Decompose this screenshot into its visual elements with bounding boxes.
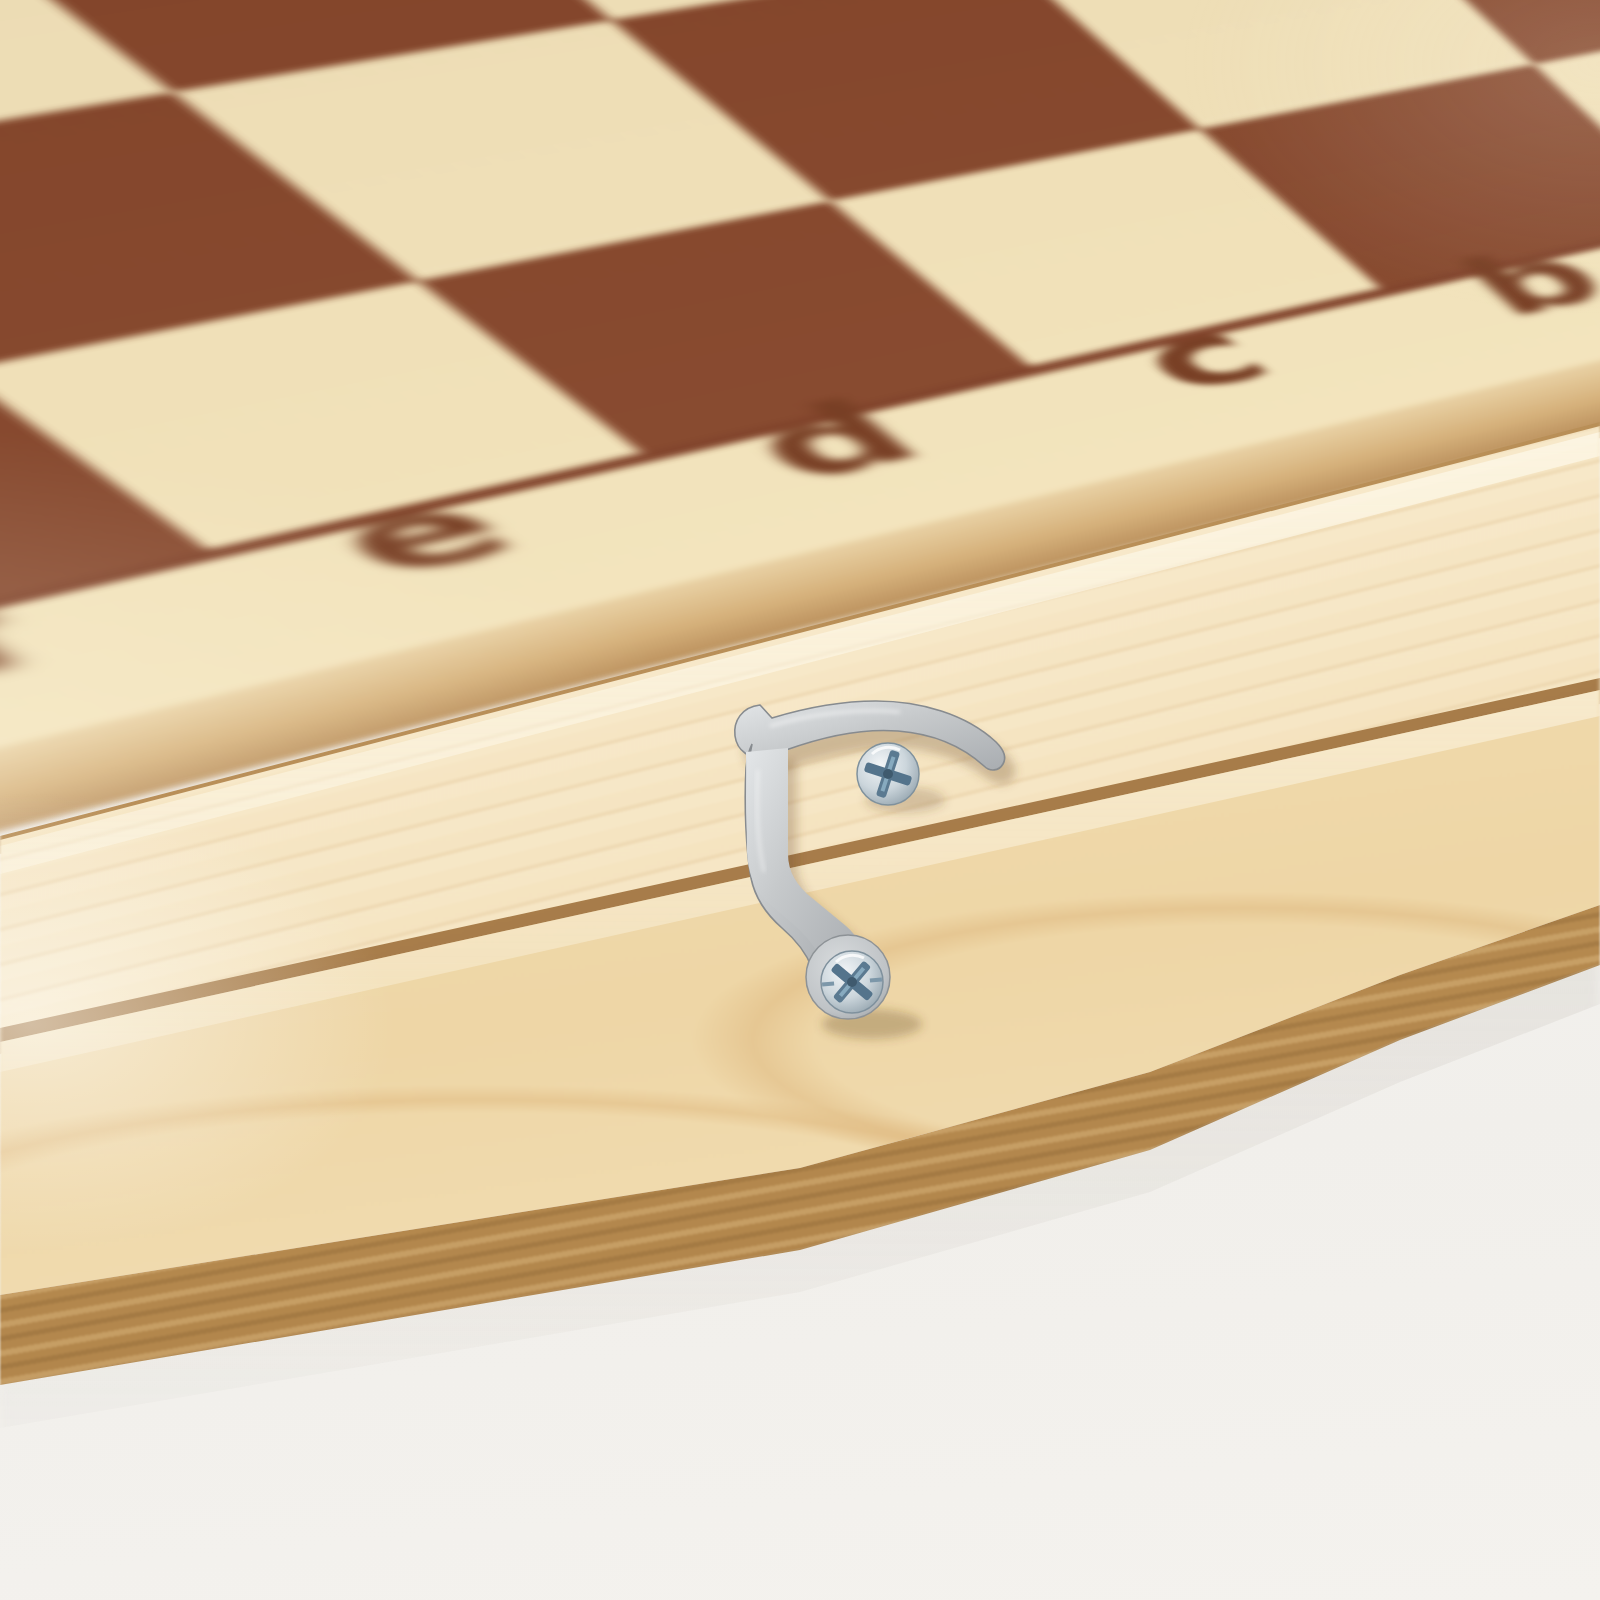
latch-screw-top <box>857 743 919 805</box>
photo-stage: f e d c b <box>0 0 1600 1600</box>
latch-assembly <box>0 0 1600 1600</box>
